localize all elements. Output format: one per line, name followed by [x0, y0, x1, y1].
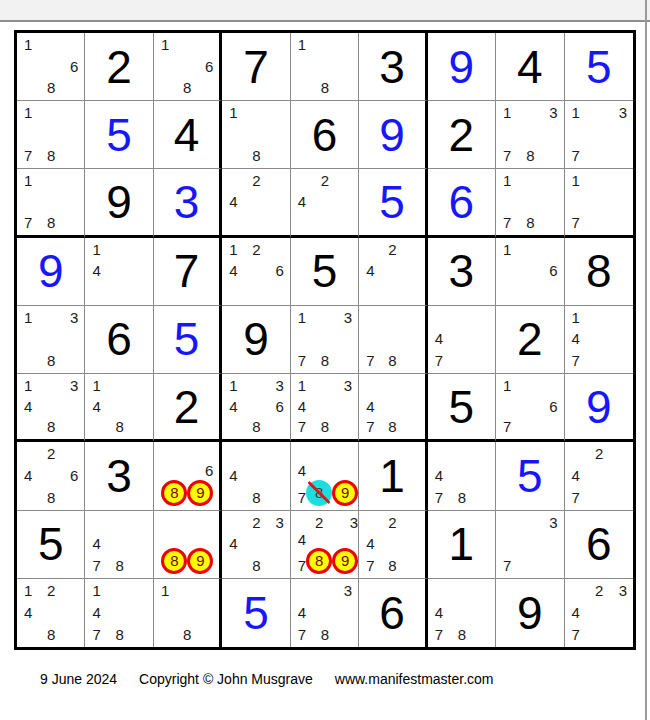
given-digit-1: 1 [428, 511, 495, 578]
cell-r2c5[interactable]: 6 [291, 101, 359, 169]
cell-r4c6[interactable]: 24 [359, 238, 427, 306]
cell-r3c6[interactable]: 5 [359, 169, 427, 237]
candidate-slot-6 [609, 329, 627, 349]
candidate-slot-5 [111, 534, 129, 554]
candidate-slot-8 [590, 349, 608, 369]
candidate-slot-8: 8 [384, 554, 401, 574]
cell-r2c6[interactable]: 9 [359, 101, 427, 169]
cell-r2c2[interactable]: 5 [85, 101, 153, 169]
candidate-slot-1: 1 [503, 377, 521, 396]
candidate-slot-7: 7 [366, 554, 383, 574]
candidate-slot-5 [42, 192, 60, 211]
cell-r9c6[interactable]: 6 [359, 579, 427, 647]
candidate-slot-9 [60, 416, 78, 435]
cell-r6c3[interactable]: 2 [154, 374, 222, 442]
candidate-grid: 18 [291, 33, 358, 100]
candidate-slot-5 [316, 192, 334, 211]
candidate-slot-7: 7 [298, 623, 316, 643]
candidate-slot-3 [539, 377, 557, 396]
given-digit-9: 9 [85, 169, 152, 234]
candidate-slot-7: 7 [24, 211, 42, 230]
candidate-slot-7 [229, 485, 247, 505]
candidate-slot-3 [129, 241, 147, 261]
candidate-slot-3 [60, 445, 78, 465]
candidate-slot-9 [60, 144, 78, 164]
candidate-grid: 18 [222, 101, 289, 168]
candidate-slot-2 [42, 36, 60, 56]
cell-r5c6[interactable]: 78 [359, 306, 427, 374]
cell-r9c9[interactable]: 2347 [565, 579, 633, 647]
candidate-slot-4: 4 [572, 465, 590, 485]
candidate-slot-2 [42, 377, 60, 396]
candidate-slot-1 [572, 445, 590, 465]
cell-r5c1[interactable]: 138 [17, 306, 85, 374]
candidate-slot-6 [471, 602, 489, 622]
candidate-slot-6 [129, 397, 147, 416]
candidate-slot-8: 8 [42, 416, 60, 435]
candidate-slot-2 [111, 377, 129, 396]
candidate-slot-6: 6 [60, 56, 78, 76]
candidate-slot-8: 8 [42, 623, 60, 643]
candidate-slot-2 [42, 309, 60, 329]
candidate-slot-2 [306, 445, 332, 462]
given-digit-7: 7 [222, 33, 289, 100]
cell-r9c7[interactable]: 478 [428, 579, 496, 647]
cell-r9c4[interactable]: 5 [222, 579, 290, 647]
solved-digit-5: 5 [222, 579, 289, 647]
candidate-slot-7: 7 [435, 349, 453, 369]
candidate-slot-6 [609, 124, 627, 144]
candidate-slot-4: 4 [24, 465, 42, 485]
candidate-slot-3 [609, 172, 627, 191]
candidate-slot-7: 7 [298, 416, 316, 435]
candidate-slot-7: 7 [572, 349, 590, 369]
candidate-slot-9 [129, 281, 147, 301]
candidate-slot-4: 4 [366, 397, 383, 416]
solved-digit-6: 6 [428, 169, 495, 234]
candidate-slot-3: 3 [60, 377, 78, 396]
candidate-slot-2 [521, 514, 539, 534]
cell-r6c6[interactable]: 478 [359, 374, 427, 442]
candidate-slot-6 [539, 192, 557, 211]
candidate-grid: 247 [565, 442, 633, 509]
cell-r9c2[interactable]: 1478 [85, 579, 153, 647]
candidate-slot-2 [316, 582, 334, 602]
candidate-slot-5 [247, 261, 265, 281]
candidate-slot-5 [42, 465, 60, 485]
candidate-slot-2 [247, 445, 265, 465]
cell-r1c2[interactable]: 2 [85, 33, 153, 101]
candidate-slot-6 [60, 397, 78, 416]
cell-r9c5[interactable]: 3478 [291, 579, 359, 647]
candidate-slot-8 [590, 144, 608, 164]
candidate-grid: 148 [85, 374, 152, 439]
cell-r3c3[interactable]: 3 [154, 169, 222, 237]
candidate-slot-9 [539, 554, 557, 574]
candidate-grid: 1378 [496, 101, 563, 168]
candidate-slot-1: 1 [229, 377, 247, 396]
candidate-slot-9 [334, 623, 352, 643]
candidate-grid: 178 [17, 169, 84, 234]
candidate-slot-1: 1 [24, 36, 42, 56]
solved-digit-5: 5 [154, 306, 219, 373]
candidate-slot-2 [178, 582, 195, 602]
cell-r1c5[interactable]: 18 [291, 33, 359, 101]
candidate-slot-3 [196, 36, 213, 56]
candidate-slot-4 [229, 124, 247, 144]
candidate-slot-7 [161, 623, 178, 643]
candidate-slot-2 [453, 582, 471, 602]
cell-r1c4[interactable]: 7 [222, 33, 290, 101]
cell-r2c3[interactable]: 4 [154, 101, 222, 169]
highlight-circle-9: 9 [187, 548, 213, 574]
candidate-slot-6 [60, 124, 78, 144]
candidate-slot-9: 9 [332, 548, 358, 574]
cell-r3c4[interactable]: 24 [222, 169, 290, 237]
candidate-slot-1 [298, 172, 316, 191]
candidate-slot-2 [521, 377, 539, 396]
candidate-grid: 16 [496, 238, 563, 305]
candidate-slot-9 [471, 485, 489, 505]
candidate-slot-2: 2 [590, 445, 608, 465]
given-digit-4: 4 [496, 33, 563, 100]
candidate-slot-5 [521, 192, 539, 211]
candidate-slot-1: 1 [229, 241, 247, 261]
cell-r9c8[interactable]: 9 [496, 579, 564, 647]
candidate-slot-6 [334, 56, 352, 76]
cell-r5c7[interactable]: 47 [428, 306, 496, 374]
candidate-slot-2: 2 [384, 241, 401, 261]
given-digit-2: 2 [428, 101, 495, 168]
cell-r8c1[interactable]: 5 [17, 511, 85, 579]
candidate-slot-7 [298, 76, 316, 96]
candidate-slot-2: 2 [42, 445, 60, 465]
candidate-slot-1 [298, 445, 306, 462]
cell-r4c9[interactable]: 8 [565, 238, 633, 306]
cell-r4c5[interactable]: 5 [291, 238, 359, 306]
candidate-slot-3: 3 [266, 514, 284, 534]
candidate-slot-6 [266, 124, 284, 144]
candidate-slot-9: 9 [332, 480, 358, 506]
candidate-slot-8: 8 [178, 623, 195, 643]
cell-r5c8[interactable]: 2 [496, 306, 564, 374]
cell-r7c3[interactable]: 689 [154, 442, 222, 510]
cell-r8c8[interactable]: 37 [496, 511, 564, 579]
cell-r3c5[interactable]: 24 [291, 169, 359, 237]
candidate-slot-3 [332, 445, 358, 462]
candidate-slot-1 [435, 582, 453, 602]
candidate-slot-1 [435, 445, 453, 465]
candidate-slot-2: 2 [42, 582, 60, 602]
cell-r6c2[interactable]: 148 [85, 374, 153, 442]
candidate-slot-1: 1 [298, 36, 316, 56]
candidate-slot-9 [266, 211, 284, 230]
cell-r7c8[interactable]: 5 [496, 442, 564, 510]
given-digit-1: 1 [359, 442, 424, 509]
cell-r8c4[interactable]: 2348 [222, 511, 290, 579]
candidate-slot-2 [42, 172, 60, 191]
candidate-slot-6 [609, 192, 627, 211]
cell-r5c5[interactable]: 1378 [291, 306, 359, 374]
cell-r2c1[interactable]: 178 [17, 101, 85, 169]
cell-r7c5[interactable]: 4789 [291, 442, 359, 510]
cell-r6c5[interactable]: 13478 [291, 374, 359, 442]
candidate-slot-8: 8 [247, 416, 265, 435]
top-divider-band [0, 0, 650, 22]
given-digit-6: 6 [291, 101, 358, 168]
cell-r3c9[interactable]: 17 [565, 169, 633, 237]
cell-r7c6[interactable]: 1 [359, 442, 427, 510]
candidate-slot-7 [161, 76, 178, 96]
cell-r9c1[interactable]: 1248 [17, 579, 85, 647]
candidate-slot-9 [129, 416, 147, 435]
candidate-slot-5 [161, 531, 187, 548]
cell-r8c7[interactable]: 1 [428, 511, 496, 579]
candidate-slot-2 [161, 514, 187, 531]
candidate-slot-8: 8 [111, 416, 129, 435]
candidate-slot-4: 4 [572, 602, 590, 622]
candidate-slot-7 [92, 416, 110, 435]
highlight-circle-9: 9 [332, 548, 358, 574]
candidate-slot-5 [247, 192, 265, 211]
cell-r8c6[interactable]: 2478 [359, 511, 427, 579]
candidate-slot-4: 4 [298, 462, 306, 479]
cell-r8c2[interactable]: 478 [85, 511, 153, 579]
candidate-slot-3: 3 [334, 309, 352, 329]
cell-r6c1[interactable]: 1348 [17, 374, 85, 442]
candidate-slot-8: 8 [306, 480, 332, 506]
candidate-slot-5 [590, 192, 608, 211]
candidate-slot-3 [539, 241, 557, 261]
candidate-slot-1: 1 [503, 104, 521, 124]
cell-r3c7[interactable]: 6 [428, 169, 496, 237]
candidate-slot-6 [609, 602, 627, 622]
cell-r4c8[interactable]: 16 [496, 238, 564, 306]
candidate-slot-3: 3 [539, 104, 557, 124]
cell-r4c4[interactable]: 1246 [222, 238, 290, 306]
given-digit-7: 7 [154, 238, 219, 305]
candidate-slot-3 [196, 582, 213, 602]
cell-r2c8[interactable]: 1378 [496, 101, 564, 169]
cell-r4c1[interactable]: 9 [17, 238, 85, 306]
candidate-slot-3 [266, 241, 284, 261]
candidate-slot-9 [334, 349, 352, 369]
candidate-slot-9 [266, 144, 284, 164]
candidate-slot-3: 3 [332, 514, 358, 531]
candidate-slot-1: 1 [298, 377, 316, 396]
candidate-slot-8: 8 [521, 211, 539, 230]
candidate-slot-9 [196, 623, 213, 643]
candidate-grid: 1348 [17, 374, 84, 439]
candidate-slot-2 [111, 514, 129, 534]
candidate-slot-7: 7 [92, 554, 110, 574]
candidate-slot-9 [266, 281, 284, 301]
given-digit-3: 3 [428, 238, 495, 305]
cell-r7c1[interactable]: 2468 [17, 442, 85, 510]
candidate-slot-9 [129, 554, 147, 574]
candidate-slot-8: 8 [42, 144, 60, 164]
candidate-slot-8 [111, 281, 129, 301]
candidate-slot-9 [609, 211, 627, 230]
candidate-slot-6: 6 [539, 261, 557, 281]
candidate-slot-3 [334, 172, 352, 191]
candidate-slot-1 [229, 514, 247, 534]
candidate-slot-4: 4 [366, 534, 383, 554]
candidate-slot-7: 7 [92, 623, 110, 643]
candidate-slot-9 [401, 554, 418, 574]
candidate-slot-7 [24, 416, 42, 435]
candidate-slot-3: 3 [334, 377, 352, 396]
cell-r1c1[interactable]: 168 [17, 33, 85, 101]
solved-digit-5: 5 [85, 101, 152, 168]
cell-r7c2[interactable]: 3 [85, 442, 153, 510]
candidate-slot-1: 1 [24, 172, 42, 191]
candidate-slot-5 [42, 124, 60, 144]
cell-r1c7[interactable]: 9 [428, 33, 496, 101]
cell-r5c4[interactable]: 9 [222, 306, 290, 374]
candidate-slot-4: 4 [229, 261, 247, 281]
cell-r6c8[interactable]: 167 [496, 374, 564, 442]
candidate-slot-3 [401, 241, 418, 261]
candidate-slot-3 [129, 582, 147, 602]
candidate-slot-5 [42, 602, 60, 622]
candidate-slot-9 [609, 485, 627, 505]
candidate-slot-5 [306, 531, 332, 548]
candidate-grid: 1248 [17, 579, 84, 647]
cell-r3c1[interactable]: 178 [17, 169, 85, 237]
highlight-circle-8: 8 [306, 548, 332, 574]
cell-r4c3[interactable]: 7 [154, 238, 222, 306]
candidate-slot-6 [129, 261, 147, 281]
candidate-slot-2 [42, 104, 60, 124]
candidate-grid: 168 [154, 33, 219, 100]
candidate-slot-1 [435, 309, 453, 329]
candidate-slot-3: 3 [334, 582, 352, 602]
cell-r8c3[interactable]: 89 [154, 511, 222, 579]
candidate-slot-2 [453, 445, 471, 465]
cell-r4c2[interactable]: 14 [85, 238, 153, 306]
candidate-slot-1 [92, 514, 110, 534]
candidate-slot-1: 1 [92, 582, 110, 602]
cell-r1c8[interactable]: 4 [496, 33, 564, 101]
cell-r8c9[interactable]: 6 [565, 511, 633, 579]
candidate-slot-5 [42, 329, 60, 349]
candidate-slot-7: 7 [298, 480, 306, 506]
candidate-slot-3 [187, 445, 213, 462]
candidate-slot-5 [316, 329, 334, 349]
cell-r9c3[interactable]: 18 [154, 579, 222, 647]
cell-r7c4[interactable]: 48 [222, 442, 290, 510]
candidate-slot-8: 8 [42, 349, 60, 369]
candidate-slot-7: 7 [503, 211, 521, 230]
candidate-slot-2 [590, 104, 608, 124]
candidate-slot-7: 7 [503, 554, 521, 574]
candidate-slot-6 [332, 462, 358, 479]
candidate-slot-4 [572, 192, 590, 211]
cell-r2c9[interactable]: 137 [565, 101, 633, 169]
candidate-grid: 167 [496, 374, 563, 439]
candidate-slot-5 [590, 329, 608, 349]
cell-r1c6[interactable]: 3 [359, 33, 427, 101]
candidate-slot-4 [503, 192, 521, 211]
candidate-slot-2: 2 [247, 172, 265, 191]
candidate-slot-2: 2 [247, 514, 265, 534]
candidate-slot-7 [503, 281, 521, 301]
candidate-slot-5 [306, 462, 332, 479]
candidate-slot-3 [60, 582, 78, 602]
candidate-slot-3 [471, 445, 489, 465]
cell-r3c2[interactable]: 9 [85, 169, 153, 237]
candidate-grid: 2348 [222, 511, 289, 578]
candidate-slot-5 [453, 465, 471, 485]
given-digit-5: 5 [291, 238, 358, 305]
cell-r3c8[interactable]: 178 [496, 169, 564, 237]
candidate-slot-2 [247, 377, 265, 396]
candidate-slot-8 [521, 416, 539, 435]
candidate-slot-1: 1 [24, 377, 42, 396]
candidate-grid: 178 [17, 101, 84, 168]
cell-r6c4[interactable]: 13468 [222, 374, 290, 442]
candidate-slot-9 [196, 76, 213, 96]
candidate-slot-4: 4 [229, 192, 247, 211]
candidate-slot-8: 8 [161, 480, 187, 506]
cell-r5c9[interactable]: 147 [565, 306, 633, 374]
candidate-slot-7 [229, 144, 247, 164]
given-digit-2: 2 [154, 374, 219, 439]
cell-r6c9[interactable]: 9 [565, 374, 633, 442]
cell-r6c7[interactable]: 5 [428, 374, 496, 442]
candidate-slot-3 [266, 104, 284, 124]
cell-r4c7[interactable]: 3 [428, 238, 496, 306]
cell-r7c7[interactable]: 478 [428, 442, 496, 510]
cell-r2c4[interactable]: 18 [222, 101, 290, 169]
candidate-slot-9 [401, 349, 418, 369]
candidate-slot-5 [247, 465, 265, 485]
candidate-slot-9 [266, 485, 284, 505]
candidate-slot-8: 8 [111, 554, 129, 574]
candidate-slot-3 [471, 309, 489, 329]
candidate-slot-2 [247, 104, 265, 124]
cell-r1c9[interactable]: 5 [565, 33, 633, 101]
cell-r7c9[interactable]: 247 [565, 442, 633, 510]
cell-r1c3[interactable]: 168 [154, 33, 222, 101]
candidate-slot-5 [161, 462, 187, 479]
candidate-slot-6: 6 [266, 261, 284, 281]
candidate-slot-6: 6 [266, 397, 284, 416]
candidate-slot-8 [316, 211, 334, 230]
candidate-grid: 18 [154, 579, 219, 647]
candidate-grid: 14 [85, 238, 152, 305]
given-digit-5: 5 [428, 374, 495, 439]
candidate-slot-5 [111, 602, 129, 622]
candidate-slot-4 [503, 534, 521, 554]
candidate-slot-9 [266, 554, 284, 574]
candidate-slot-9 [60, 623, 78, 643]
given-digit-8: 8 [565, 238, 633, 305]
candidate-slot-9 [609, 623, 627, 643]
cell-r5c3[interactable]: 5 [154, 306, 222, 374]
solved-digit-9: 9 [17, 238, 84, 305]
candidate-slot-7: 7 [435, 623, 453, 643]
given-digit-3: 3 [359, 33, 424, 100]
cell-r5c2[interactable]: 6 [85, 306, 153, 374]
candidate-slot-6 [196, 602, 213, 622]
cell-r2c7[interactable]: 2 [428, 101, 496, 169]
candidate-slot-8: 8 [42, 76, 60, 96]
candidate-grid: 1246 [222, 238, 289, 305]
candidate-slot-3 [266, 445, 284, 465]
cell-r8c5[interactable]: 234789 [291, 511, 359, 579]
